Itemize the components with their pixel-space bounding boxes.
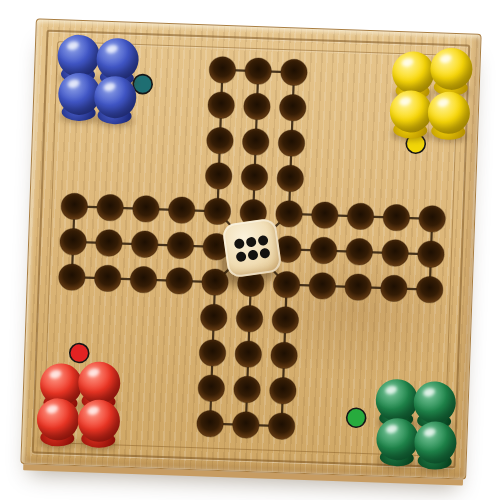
die-pip xyxy=(246,236,257,247)
die-pip xyxy=(234,238,245,249)
track-hole[interactable] xyxy=(196,410,223,437)
blue-peg-4[interactable] xyxy=(93,75,137,124)
track-hole[interactable] xyxy=(132,195,159,222)
track-hole[interactable] xyxy=(97,194,124,221)
track-hole[interactable] xyxy=(347,203,374,230)
green-peg-3[interactable] xyxy=(376,418,420,467)
track-hole[interactable] xyxy=(61,193,88,220)
track-hole[interactable] xyxy=(417,241,444,268)
track-hole[interactable] xyxy=(245,57,272,84)
track-hole[interactable] xyxy=(233,376,260,403)
track-hole[interactable] xyxy=(270,342,297,369)
track-hole[interactable] xyxy=(167,232,194,259)
yellow-peg-3[interactable] xyxy=(389,90,433,139)
track-hole[interactable] xyxy=(309,272,336,299)
green-start-dot xyxy=(346,408,366,428)
track-hole[interactable] xyxy=(311,202,338,229)
track-hole[interactable] xyxy=(58,264,85,291)
track-hole[interactable] xyxy=(416,276,443,303)
track-hole[interactable] xyxy=(166,267,193,294)
track-hole[interactable] xyxy=(94,265,121,292)
track-hole[interactable] xyxy=(269,377,296,404)
green-peg-4[interactable] xyxy=(413,421,457,470)
die[interactable] xyxy=(222,218,283,279)
track-hole[interactable] xyxy=(268,413,295,440)
track-hole[interactable] xyxy=(204,198,231,225)
track-hole[interactable] xyxy=(201,269,228,296)
track-hole[interactable] xyxy=(200,304,227,331)
track-hole[interactable] xyxy=(59,228,86,255)
board xyxy=(20,18,481,479)
die-pip xyxy=(247,249,258,260)
track-hole[interactable] xyxy=(277,165,304,192)
track-hole[interactable] xyxy=(131,231,158,258)
track-hole[interactable] xyxy=(241,164,268,191)
track-hole[interactable] xyxy=(209,56,236,83)
track-hole[interactable] xyxy=(275,200,302,227)
track-hole[interactable] xyxy=(206,127,233,154)
track-hole[interactable] xyxy=(344,274,371,301)
red-start-dot xyxy=(69,343,89,363)
track-hole[interactable] xyxy=(236,305,263,332)
track-hole[interactable] xyxy=(208,92,235,119)
track-hole[interactable] xyxy=(199,339,226,366)
yellow-peg-2[interactable] xyxy=(429,47,473,96)
die-pip xyxy=(257,235,268,246)
track-hole[interactable] xyxy=(381,239,408,266)
track-hole[interactable] xyxy=(310,237,337,264)
track-hole[interactable] xyxy=(242,128,269,155)
track-hole[interactable] xyxy=(346,238,373,265)
track-hole[interactable] xyxy=(168,197,195,224)
track-hole[interactable] xyxy=(232,411,259,438)
track-hole[interactable] xyxy=(279,94,306,121)
track-hole[interactable] xyxy=(380,275,407,302)
track-hole[interactable] xyxy=(383,204,410,231)
track-hole[interactable] xyxy=(419,205,446,232)
red-peg-3[interactable] xyxy=(36,398,80,447)
red-peg-4[interactable] xyxy=(77,399,121,448)
die-pip xyxy=(235,251,246,262)
track-hole[interactable] xyxy=(278,129,305,156)
track-hole[interactable] xyxy=(205,162,232,189)
yellow-peg-4[interactable] xyxy=(427,91,471,140)
track-hole[interactable] xyxy=(198,375,225,402)
track-hole[interactable] xyxy=(235,341,262,368)
track-hole[interactable] xyxy=(243,93,270,120)
die-pip xyxy=(259,248,270,259)
product-photo xyxy=(0,0,500,500)
track-hole[interactable] xyxy=(272,306,299,333)
track-hole[interactable] xyxy=(273,271,300,298)
track-hole[interactable] xyxy=(280,59,307,86)
track-hole[interactable] xyxy=(130,266,157,293)
track-hole[interactable] xyxy=(95,229,122,256)
